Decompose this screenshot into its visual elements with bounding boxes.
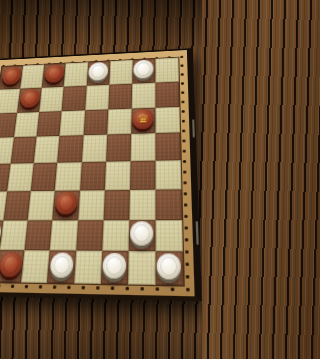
square-r2c3 <box>60 110 85 136</box>
square-r1c1[interactable] <box>17 88 42 113</box>
square-r7c7[interactable] <box>155 251 183 285</box>
square-r4c5 <box>104 161 130 190</box>
square-r1c7[interactable] <box>155 81 179 107</box>
square-r0c1 <box>20 64 44 88</box>
square-r5c7[interactable] <box>155 189 182 220</box>
square-r3c1[interactable] <box>11 137 37 164</box>
square-r5c1[interactable] <box>4 191 31 220</box>
red-man-piece[interactable] <box>44 64 65 83</box>
square-r0c6[interactable] <box>132 59 155 84</box>
square-r4c6[interactable] <box>130 161 156 190</box>
square-r7c5[interactable] <box>100 251 128 284</box>
square-r2c4[interactable] <box>83 109 108 135</box>
square-r0c7 <box>155 58 179 83</box>
white-man-piece[interactable] <box>157 253 182 279</box>
square-r4c3 <box>55 162 81 190</box>
square-r0c3 <box>64 62 88 86</box>
square-r7c4 <box>74 251 102 284</box>
square-r2c7 <box>155 106 180 133</box>
white-man-piece[interactable] <box>102 253 126 279</box>
square-r3c7[interactable] <box>155 133 180 161</box>
square-r3c4 <box>81 135 106 162</box>
square-r2c6[interactable]: ♛ <box>131 107 155 134</box>
white-man-piece[interactable] <box>49 252 74 277</box>
square-r5c2 <box>28 191 55 220</box>
square-r6c2[interactable] <box>25 220 53 251</box>
red-man-piece[interactable] <box>1 67 22 85</box>
square-r5c5[interactable] <box>103 190 130 220</box>
square-r3c3[interactable] <box>57 135 83 162</box>
square-r4c7 <box>155 160 181 189</box>
square-r6c6[interactable] <box>128 220 155 252</box>
square-r3c6 <box>130 133 155 161</box>
king-crown-icon: ♛ <box>137 113 149 125</box>
square-r7c6 <box>128 251 156 285</box>
square-r0c5 <box>109 60 132 85</box>
red-man-piece[interactable] <box>0 252 23 277</box>
square-r1c3[interactable] <box>62 86 86 111</box>
square-r6c3 <box>50 220 78 251</box>
white-man-piece[interactable] <box>130 221 153 245</box>
square-r2c2[interactable] <box>37 111 62 137</box>
square-r6c7 <box>155 220 182 252</box>
red-man-piece[interactable] <box>55 192 78 215</box>
square-r0c2[interactable] <box>42 63 66 87</box>
square-r5c4 <box>78 190 105 220</box>
square-r4c4[interactable] <box>80 162 106 191</box>
square-r5c6 <box>129 189 155 219</box>
square-r4c2[interactable] <box>31 163 57 191</box>
checkers-board: ♛♛ <box>0 48 202 301</box>
red-king-piece[interactable]: ♛ <box>133 109 154 130</box>
square-r5c3[interactable] <box>53 190 80 220</box>
square-r3c2 <box>34 136 60 163</box>
square-r6c4[interactable] <box>76 220 103 251</box>
square-r1c5[interactable] <box>108 83 132 109</box>
board-grid: ♛♛ <box>0 58 184 286</box>
square-r4c1 <box>7 163 34 191</box>
square-r0c4[interactable] <box>86 61 110 85</box>
square-r2c5 <box>107 108 132 135</box>
square-r6c1 <box>0 220 28 251</box>
square-r6c5 <box>102 220 129 252</box>
white-man-piece[interactable] <box>134 60 154 79</box>
square-r1c6 <box>131 82 155 108</box>
square-r7c2 <box>21 250 50 283</box>
screenshot-root: { "game": "checkers", "scene": { "descri… <box>0 0 202 359</box>
white-man-piece[interactable] <box>88 62 108 81</box>
square-r1c2 <box>39 87 64 112</box>
square-r1c4 <box>85 85 109 110</box>
square-r7c3[interactable] <box>47 251 75 284</box>
square-r3c5[interactable] <box>106 134 131 162</box>
red-man-piece[interactable] <box>19 89 40 108</box>
board-frame: ♛♛ <box>0 48 202 301</box>
square-r2c1 <box>14 112 39 138</box>
